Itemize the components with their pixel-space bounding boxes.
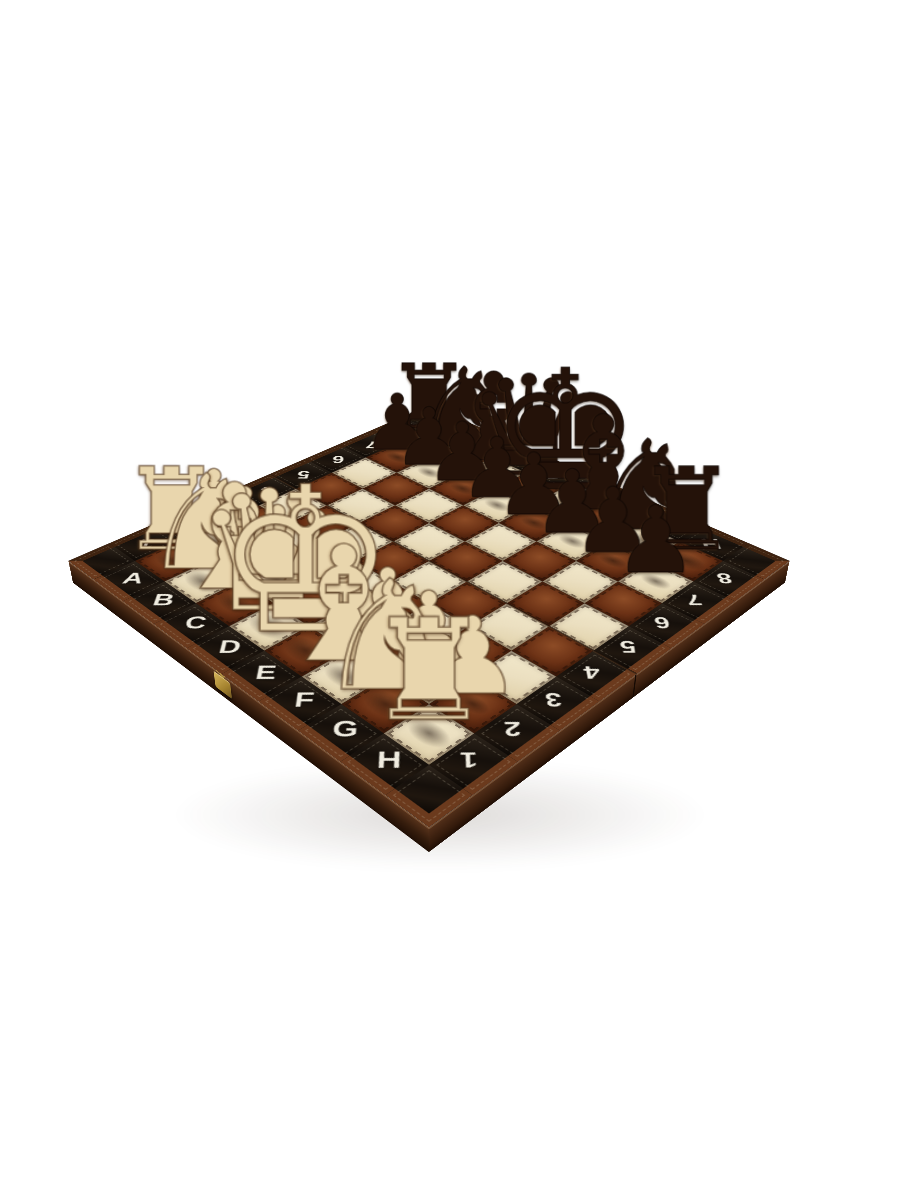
file-label-text: A (433, 424, 477, 438)
product-photo-scene: ABCDEFGH8♜♞♝♛♚♝♞♜87♟♟♟♟♟♟♟♟7665544332♟♟♟… (0, 0, 900, 1200)
white-rook-icon: ♜ (366, 601, 492, 741)
file-label-text: C (496, 452, 543, 467)
black-pawn-icon: ♟ (614, 494, 697, 587)
file-label-text: B (464, 438, 509, 452)
rank-label-text: 8 (387, 422, 418, 441)
fold-seam-side (632, 674, 636, 698)
